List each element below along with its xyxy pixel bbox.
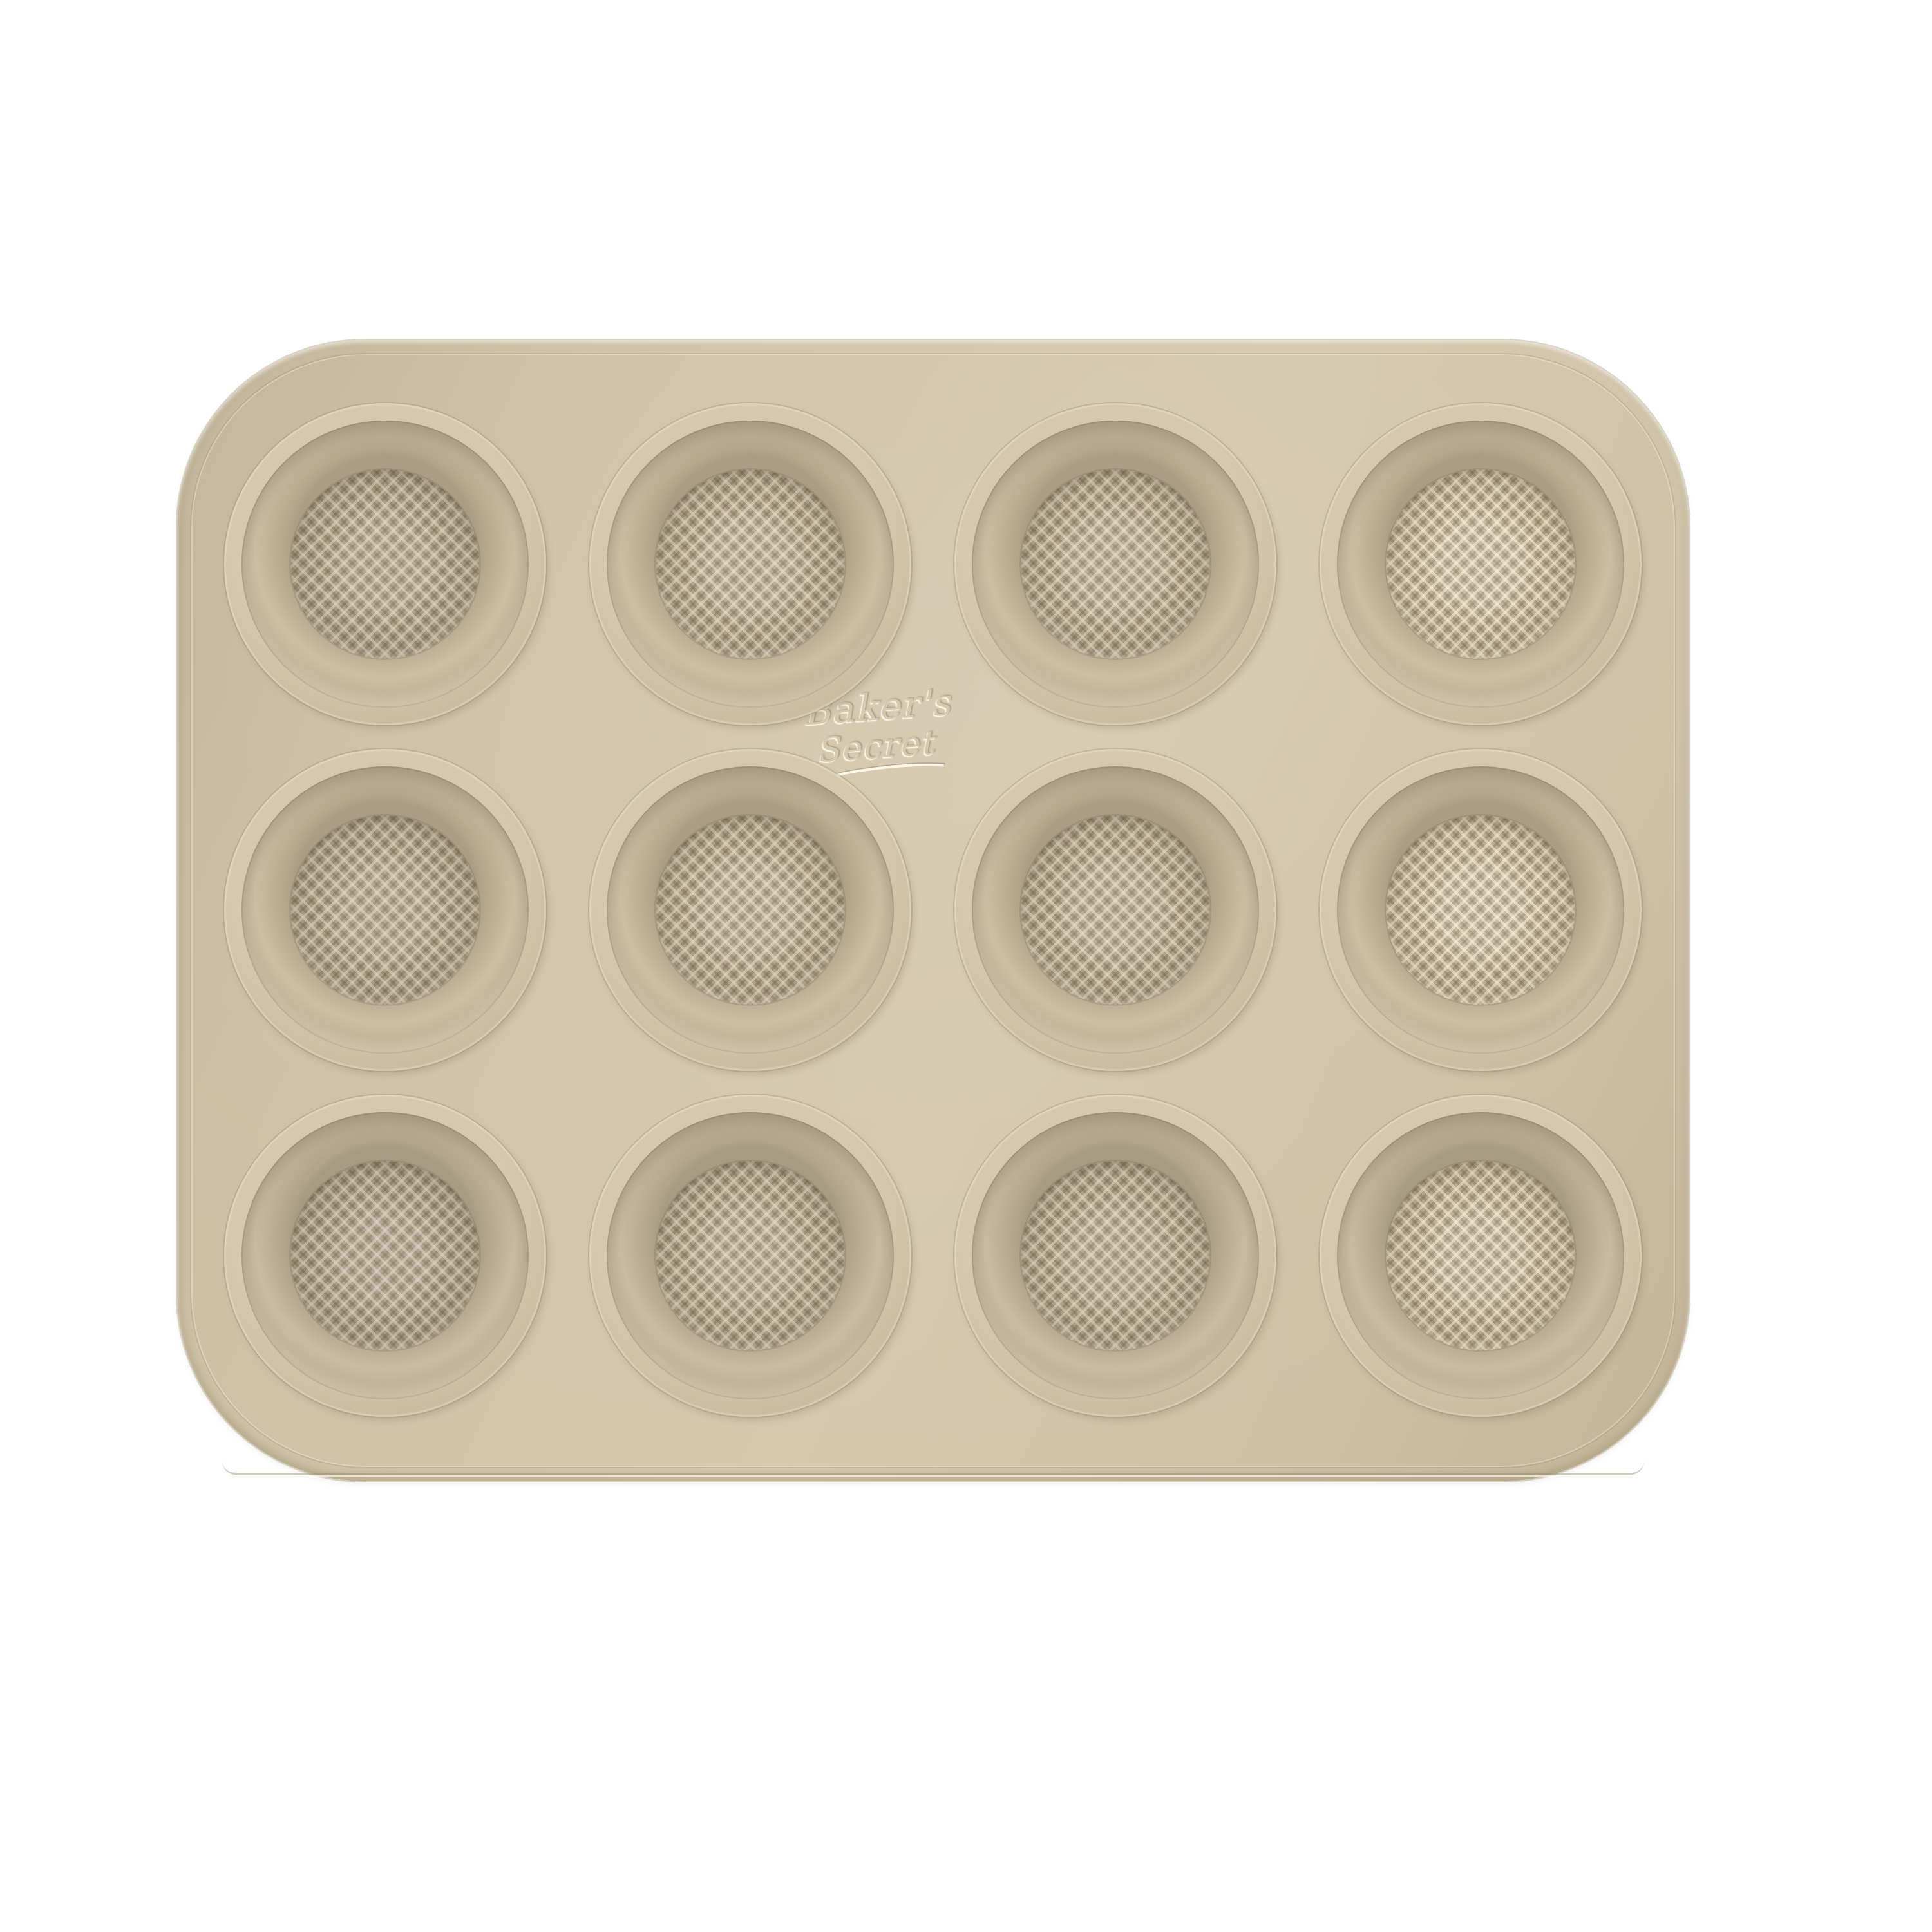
cup-quilted-bottom [1386,815,1575,1005]
cup-well [1337,421,1624,708]
muffin-cup-r2c4 [1320,749,1642,1071]
cup-well [972,766,1259,1054]
cup-well [972,1112,1259,1399]
muffin-pan: Baker's Secret [177,340,1689,1481]
muffin-cup-r1c2 [589,403,911,725]
muffin-cup-r1c3 [954,403,1276,725]
cup-well [241,1112,529,1399]
cup-quilted-bottom [1021,469,1210,659]
cup-quilted-bottom [290,1161,480,1350]
muffin-cup-r3c3 [954,1095,1276,1417]
muffin-cup-r1c4 [1320,403,1642,725]
cup-quilted-bottom [1386,1161,1575,1350]
cup-quilted-bottom [1021,1161,1210,1350]
muffin-cup-r2c2 [589,749,911,1071]
cup-well [607,766,894,1054]
muffin-cup-r3c2 [589,1095,911,1417]
cup-quilted-bottom [656,815,845,1005]
muffin-cup-r2c3 [954,749,1276,1071]
cup-quilted-bottom [656,469,845,659]
cup-well [241,421,529,708]
cup-quilted-bottom [1021,815,1210,1005]
cup-well [607,1112,894,1399]
cup-well [972,421,1259,708]
cup-well [1337,1112,1624,1399]
cup-well [607,421,894,708]
cup-quilted-bottom [290,469,480,659]
muffin-cup-r3c1 [224,1095,546,1417]
cup-quilted-bottom [656,1161,845,1350]
cup-quilted-bottom [290,815,480,1005]
cup-well [1337,766,1624,1054]
muffin-cup-r3c4 [1320,1095,1642,1417]
cup-well [241,766,529,1054]
cup-quilted-bottom [1386,469,1575,659]
pan-bottom-lip-edge [222,1461,1644,1475]
muffin-cup-r1c1 [224,403,546,725]
muffin-cup-r2c1 [224,749,546,1071]
